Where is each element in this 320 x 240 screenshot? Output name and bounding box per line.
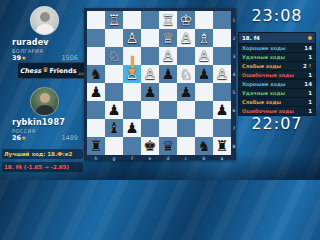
black-king: ♚ xyxy=(141,137,159,155)
square-a3[interactable] xyxy=(213,47,231,65)
black-moves-panel: Хорошие ходы 14 Удачные ходы 1 Слабые хо… xyxy=(238,78,316,116)
good-moves-count: 14 xyxy=(304,45,312,51)
black-knight: ♞ xyxy=(87,65,105,83)
square-d2[interactable]: ♕ xyxy=(159,29,177,47)
lucky-moves-count: 1 xyxy=(308,54,312,60)
rank-label-4: 4 xyxy=(232,72,236,77)
star-icon: ★ xyxy=(21,54,26,61)
square-f6[interactable] xyxy=(123,101,141,119)
last-move-header: 18. f4 xyxy=(239,33,315,43)
white-knight: ♘ xyxy=(105,47,123,65)
square-d5[interactable] xyxy=(159,83,177,101)
white-pawn: ♙ xyxy=(177,29,195,47)
square-b2[interactable]: ♗ xyxy=(195,29,213,47)
black-pawn: ♟ xyxy=(87,83,105,101)
black-pawn: ♟ xyxy=(105,101,123,119)
square-g1[interactable]: ♖ xyxy=(105,11,123,29)
black-knight: ♞ xyxy=(195,137,213,155)
square-e8[interactable]: ♚ xyxy=(141,137,159,155)
weak-moves-count: 2 xyxy=(303,63,307,69)
weak-moves-label: Слабые ходы xyxy=(242,99,281,105)
square-a1[interactable] xyxy=(213,11,231,29)
rank-label-2: 2 xyxy=(232,36,236,41)
square-d3[interactable]: ♙ xyxy=(159,47,177,65)
white-rook: ♖ xyxy=(159,11,177,29)
player-bottom-rating-line: 26★ 1489 xyxy=(12,134,78,142)
square-a4[interactable]: ♙ xyxy=(213,65,231,83)
square-h3[interactable] xyxy=(87,47,105,65)
square-c4[interactable]: ♘ xyxy=(177,65,195,83)
square-e5[interactable]: ♟ xyxy=(141,83,159,101)
weak-moves-label: Слабые ходы xyxy=(242,63,281,69)
logo-text-chess: Chess xyxy=(20,67,42,75)
file-label-c: c xyxy=(177,156,195,161)
square-d8[interactable]: ♛ xyxy=(159,137,177,155)
square-g5[interactable] xyxy=(105,83,123,101)
square-a5[interactable] xyxy=(213,83,231,101)
last-move-label: 18. f4 xyxy=(242,35,260,41)
played-move-eval-bar: 18. f4 (-1.65 → -2.65) xyxy=(2,162,83,172)
lucky-moves-label: Удачные ходы xyxy=(242,90,285,96)
square-c1[interactable]: ♔ xyxy=(177,11,195,29)
person-icon xyxy=(31,88,58,115)
square-f5[interactable] xyxy=(123,83,141,101)
file-label-g: g xyxy=(105,156,123,161)
square-h2[interactable] xyxy=(87,29,105,47)
square-c6[interactable] xyxy=(177,101,195,119)
square-h6[interactable] xyxy=(87,101,105,119)
square-g2[interactable] xyxy=(105,29,123,47)
black-pawn: ♟ xyxy=(159,65,177,83)
square-c8[interactable] xyxy=(177,137,195,155)
move-arrow xyxy=(131,56,134,69)
square-d6[interactable] xyxy=(159,101,177,119)
avatar[interactable] xyxy=(30,87,59,116)
rank-label-6: 6 xyxy=(232,108,236,113)
chessfriends-logo[interactable]: Chess ♛ Friends .com xyxy=(17,62,90,79)
file-label-e: e xyxy=(141,156,159,161)
square-f2[interactable]: ♙ xyxy=(123,29,141,47)
file-label-b: b xyxy=(195,156,213,161)
rank-label-8: 8 xyxy=(232,144,236,149)
white-pawn: ♙ xyxy=(141,65,159,83)
player-bottom-stars: 26 xyxy=(12,134,21,142)
black-rook: ♜ xyxy=(213,137,231,155)
played-move-eval-text: 18. f4 (-1.65 → -2.65) xyxy=(4,164,69,170)
player-top-name[interactable]: ruradev xyxy=(12,38,49,47)
square-e7[interactable] xyxy=(141,119,159,137)
file-label-h: h xyxy=(87,156,105,161)
good-moves-label: Хорошие ходы xyxy=(242,45,285,51)
square-h7[interactable] xyxy=(87,119,105,137)
lucky-moves-count: 1 xyxy=(308,90,312,96)
good-moves-row: Хорошие ходы 14 xyxy=(239,43,315,52)
white-pawn: ♙ xyxy=(159,47,177,65)
white-pawn: ♙ xyxy=(195,47,213,65)
square-b7[interactable] xyxy=(195,119,213,137)
square-b1[interactable] xyxy=(195,11,213,29)
white-moves-panel: 18. f4 Хорошие ходы 14 Удачные ходы 1 Сл… xyxy=(238,32,316,80)
player-bottom-name[interactable]: rybkin1987 xyxy=(12,118,65,127)
square-h5[interactable]: ♟ xyxy=(87,83,105,101)
square-b5[interactable] xyxy=(195,83,213,101)
black-queen: ♛ xyxy=(159,137,177,155)
square-g7[interactable]: ♝ xyxy=(105,119,123,137)
lucky-moves-row: Удачные ходы 1 xyxy=(239,88,315,97)
best-move-bar: Лучший ход: 18.Ф:e2 xyxy=(2,149,83,159)
up-arrow-icon: ↑ xyxy=(308,63,312,69)
square-b6[interactable] xyxy=(195,101,213,119)
rank-label-1: 1 xyxy=(232,18,236,23)
logo-text-friends: Friends xyxy=(49,67,76,75)
square-e4[interactable]: ♙ xyxy=(141,65,159,83)
square-h1[interactable] xyxy=(87,11,105,29)
weak-moves-row: Слабые ходы 2↑ xyxy=(239,61,315,70)
chess-board: ♖♖♔♙♕♙♗♘♙♙♞♙♙♟♘♟♙♟♟♟♟♟♝♟♜♚♛♞♜12345678hgf… xyxy=(84,8,236,160)
square-b8[interactable]: ♞ xyxy=(195,137,213,155)
square-g8[interactable] xyxy=(105,137,123,155)
square-g4[interactable] xyxy=(105,65,123,83)
weak-moves-count: 1 xyxy=(308,99,312,105)
square-e3[interactable] xyxy=(141,47,159,65)
black-pawn: ♟ xyxy=(213,101,231,119)
rank-label-5: 5 xyxy=(232,90,236,95)
square-c5[interactable]: ♟ xyxy=(177,83,195,101)
black-rook: ♜ xyxy=(87,137,105,155)
white-pawn: ♙ xyxy=(213,65,231,83)
square-a2[interactable] xyxy=(213,29,231,47)
square-d7[interactable] xyxy=(159,119,177,137)
square-h8[interactable]: ♜ xyxy=(87,137,105,155)
player-bottom-rating: 1489 xyxy=(61,134,78,142)
good-moves-row: Хорошие ходы 14 xyxy=(239,79,315,88)
clock-top: 23:08 xyxy=(238,6,316,30)
square-e1[interactable] xyxy=(141,11,159,29)
white-knight: ♘ xyxy=(177,65,195,83)
player-top-rating: 1506 xyxy=(61,54,78,62)
move-quality-dot-icon xyxy=(308,36,312,40)
person-icon xyxy=(31,7,58,34)
white-bishop: ♗ xyxy=(195,29,213,47)
weak-moves-row: Слабые ходы 1 xyxy=(239,97,315,106)
best-move-text: Лучший ход: 18.Ф:e2 xyxy=(4,151,72,157)
square-b4[interactable]: ♟ xyxy=(195,65,213,83)
square-c7[interactable] xyxy=(177,119,195,137)
square-e2[interactable] xyxy=(141,29,159,47)
black-pawn: ♟ xyxy=(123,119,141,137)
black-bishop: ♝ xyxy=(105,119,123,137)
black-pawn: ♟ xyxy=(195,65,213,83)
rank-label-7: 7 xyxy=(232,126,236,131)
square-a8[interactable]: ♜ xyxy=(213,137,231,155)
lucky-moves-label: Удачные ходы xyxy=(242,54,285,60)
square-e6[interactable] xyxy=(141,101,159,119)
square-h4[interactable]: ♞ xyxy=(87,65,105,83)
square-b3[interactable]: ♙ xyxy=(195,47,213,65)
white-queen: ♕ xyxy=(159,29,177,47)
white-king: ♔ xyxy=(177,11,195,29)
black-pawn: ♟ xyxy=(141,83,159,101)
avatar[interactable] xyxy=(30,6,59,35)
square-g3[interactable]: ♘ xyxy=(105,47,123,65)
square-c2[interactable]: ♙ xyxy=(177,29,195,47)
black-pawn: ♟ xyxy=(177,83,195,101)
white-pawn: ♙ xyxy=(123,29,141,47)
rank-label-3: 3 xyxy=(232,54,236,59)
player-top-rating-line: 39★ 1506 xyxy=(12,54,78,62)
square-g6[interactable]: ♟ xyxy=(105,101,123,119)
good-moves-count: 14 xyxy=(304,81,312,87)
move-arrow-head-icon xyxy=(128,69,136,75)
star-icon: ★ xyxy=(21,134,26,141)
lucky-moves-row: Удачные ходы 1 xyxy=(239,52,315,61)
square-d4[interactable]: ♟ xyxy=(159,65,177,83)
file-label-a: a xyxy=(213,156,231,161)
square-f7[interactable]: ♟ xyxy=(123,119,141,137)
trophy-icon: ♛ xyxy=(42,67,48,74)
file-label-f: f xyxy=(123,156,141,161)
square-c3[interactable] xyxy=(177,47,195,65)
square-f8[interactable] xyxy=(123,137,141,155)
square-f1[interactable] xyxy=(123,11,141,29)
white-rook: ♖ xyxy=(105,11,123,29)
file-label-d: d xyxy=(159,156,177,161)
clock-bottom: 22:07 xyxy=(238,114,316,138)
good-moves-label: Хорошие ходы xyxy=(242,81,285,87)
square-a6[interactable]: ♟ xyxy=(213,101,231,119)
square-a7[interactable] xyxy=(213,119,231,137)
board-grid: ♖♖♔♙♕♙♗♘♙♙♞♙♙♟♘♟♙♟♟♟♟♟♝♟♜♚♛♞♜ xyxy=(87,11,231,155)
square-d1[interactable]: ♖ xyxy=(159,11,177,29)
player-top-stars: 39 xyxy=(12,54,21,62)
